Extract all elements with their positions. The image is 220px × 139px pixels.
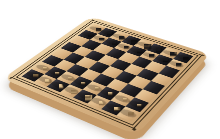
corner-dot-icon [132,128,136,131]
scene: ♜♞♝♛♚♝♞♜♟♟♟♟♟♟♟♟♟♟♟♟♟♟♟♟♜♞♝♛♚♝♞♜ [0,0,220,139]
corner-dot-icon [9,77,13,79]
chess-board: ♜♞♝♛♚♝♞♜♟♟♟♟♟♟♟♟♟♟♟♟♟♟♟♟♜♞♝♛♚♝♞♜ [2,17,210,136]
product-photo: ♜♞♝♛♚♝♞♜♟♟♟♟♟♟♟♟♟♟♟♟♟♟♟♟♜♞♝♛♚♝♞♜ [0,0,220,139]
corner-dot-icon [91,19,94,20]
corner-dot-icon [201,54,204,56]
